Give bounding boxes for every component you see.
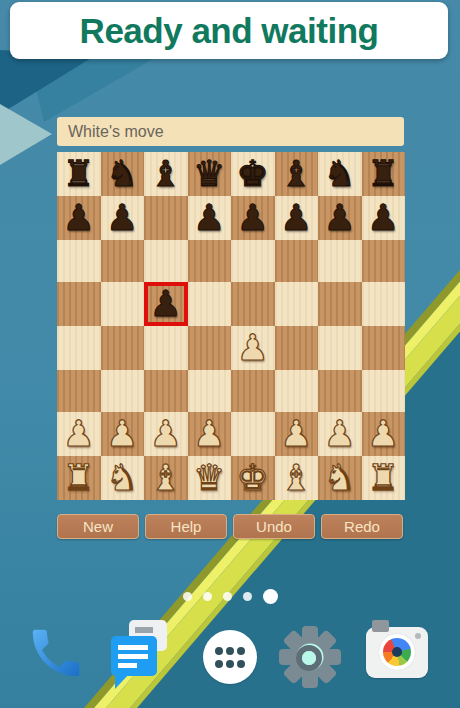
square-e4[interactable]: ♟ (231, 326, 275, 370)
page-dot-4[interactable] (243, 592, 252, 601)
white-pawn: ♟ (144, 412, 188, 456)
square-e2[interactable] (231, 412, 275, 456)
home-pager-dots (183, 588, 278, 604)
square-h6[interactable] (362, 240, 406, 282)
square-h5[interactable] (362, 282, 406, 326)
white-pawn: ♟ (231, 326, 275, 370)
square-g2[interactable]: ♟ (318, 412, 362, 456)
black-bishop: ♝ (275, 152, 319, 196)
camera-pinwheel (383, 638, 411, 666)
square-a6[interactable] (57, 240, 101, 282)
square-b3[interactable] (101, 370, 145, 412)
white-pawn: ♟ (101, 412, 145, 456)
square-c5[interactable]: ♟ (144, 282, 188, 326)
square-d4[interactable] (188, 326, 232, 370)
white-bishop: ♝ (144, 456, 188, 500)
square-e8[interactable]: ♚ (231, 152, 275, 196)
square-d2[interactable]: ♟ (188, 412, 232, 456)
square-f8[interactable]: ♝ (275, 152, 319, 196)
square-c7[interactable] (144, 196, 188, 240)
redo-button[interactable]: Redo (321, 514, 403, 539)
square-d3[interactable] (188, 370, 232, 412)
square-c1[interactable]: ♝ (144, 456, 188, 500)
square-a1[interactable]: ♜ (57, 456, 101, 500)
square-h3[interactable] (362, 370, 406, 412)
square-b6[interactable] (101, 240, 145, 282)
phone-icon[interactable] (25, 622, 87, 684)
square-b4[interactable] (101, 326, 145, 370)
black-pawn: ♟ (362, 196, 406, 240)
square-f3[interactable] (275, 370, 319, 412)
black-pawn: ♟ (101, 196, 145, 240)
square-c3[interactable] (144, 370, 188, 412)
square-d5[interactable] (188, 282, 232, 326)
square-a7[interactable]: ♟ (57, 196, 101, 240)
square-h7[interactable]: ♟ (362, 196, 406, 240)
square-h8[interactable]: ♜ (362, 152, 406, 196)
black-rook: ♜ (362, 152, 406, 196)
square-e7[interactable]: ♟ (231, 196, 275, 240)
black-pawn: ♟ (318, 196, 362, 240)
square-h2[interactable]: ♟ (362, 412, 406, 456)
square-e1[interactable]: ♚ (231, 456, 275, 500)
square-f2[interactable]: ♟ (275, 412, 319, 456)
move-status-bar: White's move (57, 117, 404, 146)
status-text: White's move (68, 123, 164, 140)
square-g5[interactable] (318, 282, 362, 326)
square-b7[interactable]: ♟ (101, 196, 145, 240)
white-pawn: ♟ (275, 412, 319, 456)
page-dot-5-active[interactable] (263, 589, 278, 604)
drawer-dot (215, 660, 223, 668)
white-pawn: ♟ (188, 412, 232, 456)
black-rook: ♜ (57, 152, 101, 196)
white-king: ♚ (231, 456, 275, 500)
undo-button[interactable]: Undo (233, 514, 315, 539)
black-king: ♚ (231, 152, 275, 196)
black-pawn: ♟ (144, 282, 188, 326)
square-b1[interactable]: ♞ (101, 456, 145, 500)
square-g7[interactable]: ♟ (318, 196, 362, 240)
square-g1[interactable]: ♞ (318, 456, 362, 500)
camera-lens-center (392, 647, 402, 657)
black-pawn: ♟ (57, 196, 101, 240)
square-h1[interactable]: ♜ (362, 456, 406, 500)
square-d7[interactable]: ♟ (188, 196, 232, 240)
app-drawer-icon[interactable] (203, 630, 257, 684)
white-pawn: ♟ (57, 412, 101, 456)
square-b8[interactable]: ♞ (101, 152, 145, 196)
square-g8[interactable]: ♞ (318, 152, 362, 196)
page-dot-1[interactable] (183, 592, 192, 601)
square-e3[interactable] (231, 370, 275, 412)
page-dot-3[interactable] (223, 592, 232, 601)
square-g6[interactable] (318, 240, 362, 282)
chess-board[interactable]: ♜♞♝♛♚♝♞♜♟♟♟♟♟♟♟♟♟♟♟♟♟♟♟♟♜♞♝♛♚♝♞♜ (57, 152, 405, 500)
square-a8[interactable]: ♜ (57, 152, 101, 196)
square-d8[interactable]: ♛ (188, 152, 232, 196)
white-rook: ♜ (57, 456, 101, 500)
white-rook: ♜ (362, 456, 406, 500)
square-g3[interactable] (318, 370, 362, 412)
camera-lens (379, 634, 415, 670)
black-pawn: ♟ (231, 196, 275, 240)
header-banner: Ready and waiting (10, 2, 448, 59)
camera-viewfinder-bump (372, 620, 389, 632)
black-knight: ♞ (318, 152, 362, 196)
new-button[interactable]: New (57, 514, 139, 539)
square-a3[interactable] (57, 370, 101, 412)
white-bishop: ♝ (275, 456, 319, 500)
square-f6[interactable] (275, 240, 319, 282)
square-b2[interactable]: ♟ (101, 412, 145, 456)
square-c4[interactable] (144, 326, 188, 370)
drawer-dot (226, 647, 234, 655)
white-knight: ♞ (101, 456, 145, 500)
white-pawn: ♟ (362, 412, 406, 456)
square-e6[interactable] (231, 240, 275, 282)
banner-title: Ready and waiting (80, 11, 379, 51)
square-a2[interactable]: ♟ (57, 412, 101, 456)
square-a5[interactable] (57, 282, 101, 326)
android-home-screen: Ready and waiting White's move ♜♞♝♛♚♝♞♜♟… (0, 0, 460, 708)
black-queen: ♛ (188, 152, 232, 196)
black-pawn: ♟ (188, 196, 232, 240)
help-button[interactable]: Help (145, 514, 227, 539)
drawer-dot (226, 660, 234, 668)
square-c6[interactable] (144, 240, 188, 282)
square-f7[interactable]: ♟ (275, 196, 319, 240)
square-b5[interactable] (101, 282, 145, 326)
white-pawn: ♟ (318, 412, 362, 456)
drawer-dot (215, 647, 223, 655)
white-queen: ♛ (188, 456, 232, 500)
square-c2[interactable]: ♟ (144, 412, 188, 456)
square-h4[interactable] (362, 326, 406, 370)
square-a4[interactable] (57, 326, 101, 370)
camera-body-dot (415, 633, 421, 639)
square-f5[interactable] (275, 282, 319, 326)
square-f1[interactable]: ♝ (275, 456, 319, 500)
settings-gear-icon[interactable] (277, 624, 343, 690)
square-d1[interactable]: ♛ (188, 456, 232, 500)
page-dot-2[interactable] (203, 592, 212, 601)
drawer-dot (237, 647, 245, 655)
drawer-dot (237, 660, 245, 668)
white-knight: ♞ (318, 456, 362, 500)
black-pawn: ♟ (275, 196, 319, 240)
square-e5[interactable] (231, 282, 275, 326)
square-c8[interactable]: ♝ (144, 152, 188, 196)
messages-icon[interactable] (108, 616, 174, 692)
black-knight: ♞ (101, 152, 145, 196)
square-f4[interactable] (275, 326, 319, 370)
square-g4[interactable] (318, 326, 362, 370)
square-d6[interactable] (188, 240, 232, 282)
camera-icon[interactable] (366, 627, 428, 678)
black-bishop: ♝ (144, 152, 188, 196)
